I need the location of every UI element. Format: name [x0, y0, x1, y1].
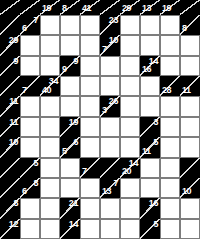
across-clue: 23	[109, 16, 118, 26]
entry-cell-r5c9[interactable]	[180, 96, 200, 116]
entry-cell-r8c8[interactable]	[160, 158, 180, 178]
down-clue: 29	[122, 4, 131, 14]
across-clue: 3	[153, 118, 158, 128]
entry-cell-r7c1[interactable]	[20, 137, 40, 157]
entry-cell-r2c3[interactable]	[60, 35, 80, 55]
black-cell-r1c0	[0, 15, 20, 35]
entry-cell-r6c2[interactable]	[40, 117, 60, 137]
clue-cell-r8c1: 5	[20, 158, 40, 178]
black-cell-r9c0	[0, 178, 20, 198]
entry-cell-r4c3[interactable]	[60, 76, 80, 96]
entry-cell-r7c5[interactable]	[100, 137, 120, 157]
clue-cell-r5c0: 11	[0, 96, 20, 116]
black-cell-r0c1	[20, 0, 40, 15]
kakuro-board: 1984129131976238291079991416734402811112…	[0, 0, 200, 239]
down-clue: 7	[82, 167, 87, 177]
down-clue: 9	[62, 65, 67, 75]
diagonal-line	[100, 0, 120, 15]
across-clue: 29	[9, 36, 18, 46]
entry-cell-r4c5[interactable]	[100, 76, 120, 96]
entry-cell-r8c2[interactable]	[40, 158, 60, 178]
down-clue: 10	[182, 187, 191, 197]
across-clue: 5	[33, 159, 38, 169]
entry-cell-r5c4[interactable]	[80, 96, 100, 116]
entry-cell-r5c3[interactable]	[60, 96, 80, 116]
down-clue: 11	[182, 86, 191, 96]
across-clue: 5	[153, 138, 158, 148]
across-clue: 10	[9, 138, 18, 148]
clue-cell-r6c3: 19	[60, 117, 80, 137]
entry-cell-r3c6[interactable]	[120, 56, 140, 76]
diagonal-line	[0, 0, 20, 15]
entry-cell-r10c1[interactable]	[20, 198, 40, 218]
entry-cell-r8c3[interactable]	[60, 158, 80, 178]
entry-cell-r1c7[interactable]	[140, 15, 160, 35]
clue-cell-r4c8: 28	[160, 76, 180, 96]
clue-cell-r11c0: 12	[0, 219, 20, 239]
across-clue: 9	[13, 57, 18, 67]
clue-cell-r11c7: 5	[140, 219, 160, 239]
clue-cell-r7c3: 65	[60, 137, 80, 157]
clue-cell-r0c4: 41	[80, 0, 100, 15]
clue-cell-r3c7: 1416	[140, 56, 160, 76]
entry-cell-r10c8[interactable]	[160, 198, 180, 218]
entry-cell-r2c2[interactable]	[40, 35, 60, 55]
clue-cell-r6c0: 11	[0, 117, 20, 137]
down-clue: 7	[102, 45, 107, 55]
entry-cell-r11c6[interactable]	[120, 219, 140, 239]
clue-cell-r3c3: 99	[60, 56, 80, 76]
entry-cell-r6c5[interactable]	[100, 117, 120, 137]
entry-cell-r6c6[interactable]	[120, 117, 140, 137]
clue-cell-r5c5: 263	[100, 96, 120, 116]
clue-cell-r7c0: 10	[0, 137, 20, 157]
entry-cell-r5c6[interactable]	[120, 96, 140, 116]
down-clue: 6	[22, 187, 27, 197]
entry-cell-r11c4[interactable]	[80, 219, 100, 239]
entry-cell-r10c4[interactable]	[80, 198, 100, 218]
entry-cell-r4c6[interactable]	[120, 76, 140, 96]
clue-cell-r10c7: 16	[140, 198, 160, 218]
clue-cell-r10c3: 21	[60, 198, 80, 218]
entry-cell-r1c4[interactable]	[80, 15, 100, 35]
black-cell-r4c0	[0, 76, 20, 96]
across-clue: 6	[73, 138, 78, 148]
entry-cell-r3c4[interactable]	[80, 56, 100, 76]
entry-cell-r7c4[interactable]	[80, 137, 100, 157]
entry-cell-r7c2[interactable]	[40, 137, 60, 157]
down-clue: 5	[62, 147, 67, 157]
entry-cell-r2c1[interactable]	[20, 35, 40, 55]
diagonal-line	[0, 15, 20, 35]
down-clue: 19	[162, 4, 171, 14]
entry-cell-r4c7[interactable]	[140, 76, 160, 96]
entry-cell-r3c8[interactable]	[160, 56, 180, 76]
entry-cell-r9c4[interactable]	[80, 178, 100, 198]
entry-cell-r1c6[interactable]	[120, 15, 140, 35]
black-cell-r0c9	[180, 0, 200, 15]
entry-cell-r7c9[interactable]	[180, 137, 200, 157]
entry-cell-r1c2[interactable]	[40, 15, 60, 35]
clue-cell-r0c8: 19	[160, 0, 180, 15]
black-cell-r0c5	[100, 0, 120, 15]
down-clue: 8	[182, 24, 187, 34]
entry-cell-r3c9[interactable]	[180, 56, 200, 76]
across-clue: 21	[69, 199, 78, 209]
down-clue: 13	[142, 4, 151, 14]
kakuro-puzzle: 1984129131976238291079991416734402811112…	[0, 0, 200, 239]
down-clue: 41	[82, 4, 91, 14]
down-clue: 11	[142, 147, 151, 157]
entry-cell-r5c2[interactable]	[40, 96, 60, 116]
entry-cell-r11c8[interactable]	[160, 219, 180, 239]
down-clue: 7	[22, 86, 27, 96]
down-clue: 19	[42, 4, 51, 14]
clue-cell-r4c1: 7	[20, 76, 40, 96]
clue-cell-r7c7: 511	[140, 137, 160, 157]
entry-cell-r11c1[interactable]	[20, 219, 40, 239]
across-clue: 10	[109, 36, 118, 46]
entry-cell-r3c1[interactable]	[20, 56, 40, 76]
entry-cell-r5c1[interactable]	[20, 96, 40, 116]
black-cell-r8c0	[0, 158, 20, 178]
black-cell-r8c9	[180, 158, 200, 178]
clue-cell-r9c9: 10	[180, 178, 200, 198]
across-clue: 8	[33, 179, 38, 189]
entry-cell-r6c9[interactable]	[180, 117, 200, 137]
across-clue: 5	[153, 220, 158, 230]
entry-cell-r11c9[interactable]	[180, 219, 200, 239]
diagonal-line	[0, 178, 20, 198]
entry-cell-r1c3[interactable]	[60, 15, 80, 35]
entry-cell-r2c7[interactable]	[140, 35, 160, 55]
entry-cell-r9c2[interactable]	[40, 178, 60, 198]
clue-cell-r0c2: 19	[40, 0, 60, 15]
diagonal-line	[20, 0, 40, 15]
diagonal-line	[100, 158, 120, 178]
clue-cell-r1c1: 76	[20, 15, 40, 35]
across-clue: 11	[9, 97, 18, 107]
clue-cell-r8c6: 1420	[120, 158, 140, 178]
black-cell-r8c5	[100, 158, 120, 178]
diagonal-line	[180, 158, 200, 178]
entry-cell-r2c9[interactable]	[180, 35, 200, 55]
clue-cell-r11c3: 14	[60, 219, 80, 239]
entry-cell-r1c8[interactable]	[160, 15, 180, 35]
down-clue: 40	[42, 86, 51, 96]
across-clue: 9	[73, 57, 78, 67]
entry-cell-r8c7[interactable]	[140, 158, 160, 178]
entry-cell-r11c2[interactable]	[40, 219, 60, 239]
clue-cell-r1c9: 8	[180, 15, 200, 35]
entry-cell-r11c5[interactable]	[100, 219, 120, 239]
black-cell-r0c0	[0, 0, 20, 15]
entry-cell-r6c1[interactable]	[20, 117, 40, 137]
clue-cell-r0c7: 13	[140, 0, 160, 15]
entry-cell-r2c8[interactable]	[160, 35, 180, 55]
entry-cell-r4c4[interactable]	[80, 76, 100, 96]
down-clue: 28	[162, 86, 171, 96]
entry-cell-r9c3[interactable]	[60, 178, 80, 198]
entry-cell-r5c8[interactable]	[160, 96, 180, 116]
clue-cell-r4c2: 3440	[40, 76, 60, 96]
across-clue: 11	[9, 118, 18, 128]
diagonal-line	[0, 76, 20, 96]
diagonal-line	[180, 0, 200, 15]
entry-cell-r7c8[interactable]	[160, 137, 180, 157]
clue-cell-r2c5: 107	[100, 35, 120, 55]
clue-cell-r10c0: 8	[0, 198, 20, 218]
down-clue: 16	[142, 65, 151, 75]
clue-cell-r0c3: 8	[60, 0, 80, 15]
entry-cell-r2c6[interactable]	[120, 35, 140, 55]
down-clue: 8	[62, 4, 67, 14]
entry-cell-r5c7[interactable]	[140, 96, 160, 116]
entry-cell-r10c9[interactable]	[180, 198, 200, 218]
down-clue: 20	[122, 167, 131, 177]
clue-cell-r9c5: 713	[100, 178, 120, 198]
entry-cell-r9c7[interactable]	[140, 178, 160, 198]
diagonal-line	[0, 158, 20, 178]
across-clue: 19	[69, 118, 78, 128]
across-clue: 12	[9, 220, 18, 230]
entry-cell-r10c6[interactable]	[120, 198, 140, 218]
across-clue: 16	[149, 199, 158, 209]
clue-cell-r2c0: 29	[0, 35, 20, 55]
across-clue: 26	[109, 97, 118, 107]
entry-cell-r10c2[interactable]	[40, 198, 60, 218]
clue-cell-r1c5: 23	[100, 15, 120, 35]
clue-cell-r3c0: 9	[0, 56, 20, 76]
down-clue: 3	[102, 106, 107, 116]
across-clue: 7	[113, 179, 118, 189]
entry-cell-r9c6[interactable]	[120, 178, 140, 198]
clue-cell-r6c7: 3	[140, 117, 160, 137]
entry-cell-r6c4[interactable]	[80, 117, 100, 137]
across-clue: 7	[33, 16, 38, 26]
across-clue: 8	[13, 199, 18, 209]
entry-cell-r3c5[interactable]	[100, 56, 120, 76]
clue-cell-r0c6: 29	[120, 0, 140, 15]
clue-cell-r8c4: 7	[80, 158, 100, 178]
down-clue: 6	[22, 24, 27, 34]
clue-cell-r9c1: 86	[20, 178, 40, 198]
across-clue: 14	[69, 220, 78, 230]
entry-cell-r3c2[interactable]	[40, 56, 60, 76]
entry-cell-r7c6[interactable]	[120, 137, 140, 157]
entry-cell-r9c8[interactable]	[160, 178, 180, 198]
entry-cell-r2c4[interactable]	[80, 35, 100, 55]
down-clue: 13	[102, 187, 111, 197]
entry-cell-r6c8[interactable]	[160, 117, 180, 137]
clue-cell-r4c9: 11	[180, 76, 200, 96]
entry-cell-r10c5[interactable]	[100, 198, 120, 218]
